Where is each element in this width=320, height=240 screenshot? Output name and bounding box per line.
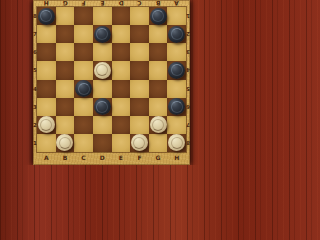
square-e3[interactable] xyxy=(112,98,131,116)
light-man-g2[interactable] xyxy=(150,116,167,133)
square-h7[interactable] xyxy=(167,25,186,43)
square-b2[interactable] xyxy=(56,116,75,134)
square-f4[interactable] xyxy=(130,80,149,98)
rank-label-2: 2 xyxy=(186,25,190,43)
square-b3[interactable] xyxy=(56,98,75,116)
square-h4[interactable] xyxy=(167,80,186,98)
file-label-e: E xyxy=(93,0,112,7)
file-label-f: F xyxy=(74,0,93,7)
square-h6[interactable] xyxy=(167,43,186,61)
square-h5[interactable] xyxy=(167,61,186,79)
square-f2[interactable] xyxy=(130,116,149,134)
square-e5[interactable] xyxy=(112,61,131,79)
board-grid xyxy=(37,7,186,152)
square-b4[interactable] xyxy=(56,80,75,98)
file-label-h: H xyxy=(167,152,186,163)
rank-labels-right: 12345678 xyxy=(186,7,190,152)
square-a4[interactable] xyxy=(37,80,56,98)
file-labels-bottom: ABCDEFGH xyxy=(37,152,186,163)
file-label-g: G xyxy=(56,0,75,7)
file-label-e: E xyxy=(112,152,131,163)
square-e2[interactable] xyxy=(112,116,131,134)
square-c1[interactable] xyxy=(74,134,93,152)
light-man-b1[interactable] xyxy=(56,134,73,151)
file-label-f: F xyxy=(130,152,149,163)
square-c8[interactable] xyxy=(74,7,93,25)
checkers-board: HGFEDCBA ABCDEFGH 87654321 12345678 xyxy=(33,0,190,165)
rank-label-3: 3 xyxy=(186,43,190,61)
square-d4[interactable] xyxy=(93,80,112,98)
dark-man-a8[interactable] xyxy=(38,8,55,25)
file-label-a: A xyxy=(167,0,186,7)
square-g3[interactable] xyxy=(149,98,168,116)
file-label-b: B xyxy=(149,0,168,7)
square-g5[interactable] xyxy=(149,61,168,79)
square-g8[interactable] xyxy=(149,7,168,25)
square-a7[interactable] xyxy=(37,25,56,43)
rank-label-5: 5 xyxy=(186,80,190,98)
square-e7[interactable] xyxy=(112,25,131,43)
square-d3[interactable] xyxy=(93,98,112,116)
file-label-d: D xyxy=(112,0,131,7)
square-h8[interactable] xyxy=(167,7,186,25)
square-c2[interactable] xyxy=(74,116,93,134)
dark-man-c4[interactable] xyxy=(75,80,92,97)
square-d8[interactable] xyxy=(93,7,112,25)
square-a2[interactable] xyxy=(37,116,56,134)
square-a3[interactable] xyxy=(37,98,56,116)
square-f6[interactable] xyxy=(130,43,149,61)
light-man-h1[interactable] xyxy=(168,134,185,151)
square-f3[interactable] xyxy=(130,98,149,116)
square-b1[interactable] xyxy=(56,134,75,152)
rank-label-4: 4 xyxy=(186,61,190,79)
square-b8[interactable] xyxy=(56,7,75,25)
square-g7[interactable] xyxy=(149,25,168,43)
dark-man-d3[interactable] xyxy=(94,98,111,115)
file-label-b: B xyxy=(56,152,75,163)
square-h2[interactable] xyxy=(167,116,186,134)
square-g6[interactable] xyxy=(149,43,168,61)
square-e6[interactable] xyxy=(112,43,131,61)
square-e8[interactable] xyxy=(112,7,131,25)
square-a8[interactable] xyxy=(37,7,56,25)
square-g4[interactable] xyxy=(149,80,168,98)
rank-label-7: 7 xyxy=(186,116,190,134)
square-c6[interactable] xyxy=(74,43,93,61)
file-label-c: C xyxy=(130,0,149,7)
rank-label-8: 8 xyxy=(186,134,190,152)
file-labels-top: HGFEDCBA xyxy=(37,0,186,7)
square-a6[interactable] xyxy=(37,43,56,61)
dark-man-d7[interactable] xyxy=(94,26,111,43)
square-e4[interactable] xyxy=(112,80,131,98)
square-d5[interactable] xyxy=(93,61,112,79)
file-label-c: C xyxy=(74,152,93,163)
file-label-h: H xyxy=(37,0,56,7)
file-label-d: D xyxy=(93,152,112,163)
square-c7[interactable] xyxy=(74,25,93,43)
square-d7[interactable] xyxy=(93,25,112,43)
file-label-g: G xyxy=(149,152,168,163)
dark-man-g8[interactable] xyxy=(150,8,167,25)
square-f7[interactable] xyxy=(130,25,149,43)
light-man-f1[interactable] xyxy=(131,134,148,151)
light-man-a2[interactable] xyxy=(38,116,55,133)
rank-label-1: 1 xyxy=(186,7,190,25)
square-b7[interactable] xyxy=(56,25,75,43)
square-e1[interactable] xyxy=(112,134,131,152)
dark-man-h3[interactable] xyxy=(168,98,185,115)
square-d6[interactable] xyxy=(93,43,112,61)
square-c4[interactable] xyxy=(74,80,93,98)
file-label-a: A xyxy=(37,152,56,163)
square-h1[interactable] xyxy=(167,134,186,152)
square-b6[interactable] xyxy=(56,43,75,61)
square-d1[interactable] xyxy=(93,134,112,152)
square-g2[interactable] xyxy=(149,116,168,134)
square-b5[interactable] xyxy=(56,61,75,79)
light-man-d5[interactable] xyxy=(94,62,111,79)
square-f5[interactable] xyxy=(130,61,149,79)
square-a1[interactable] xyxy=(37,134,56,152)
square-f1[interactable] xyxy=(130,134,149,152)
square-h3[interactable] xyxy=(167,98,186,116)
square-a5[interactable] xyxy=(37,61,56,79)
square-c3[interactable] xyxy=(74,98,93,116)
rank-label-6: 6 xyxy=(186,98,190,116)
square-c5[interactable] xyxy=(74,61,93,79)
square-g1[interactable] xyxy=(149,134,168,152)
square-f8[interactable] xyxy=(130,7,149,25)
square-d2[interactable] xyxy=(93,116,112,134)
dark-man-h5[interactable] xyxy=(168,62,185,79)
dark-man-h7[interactable] xyxy=(168,26,185,43)
